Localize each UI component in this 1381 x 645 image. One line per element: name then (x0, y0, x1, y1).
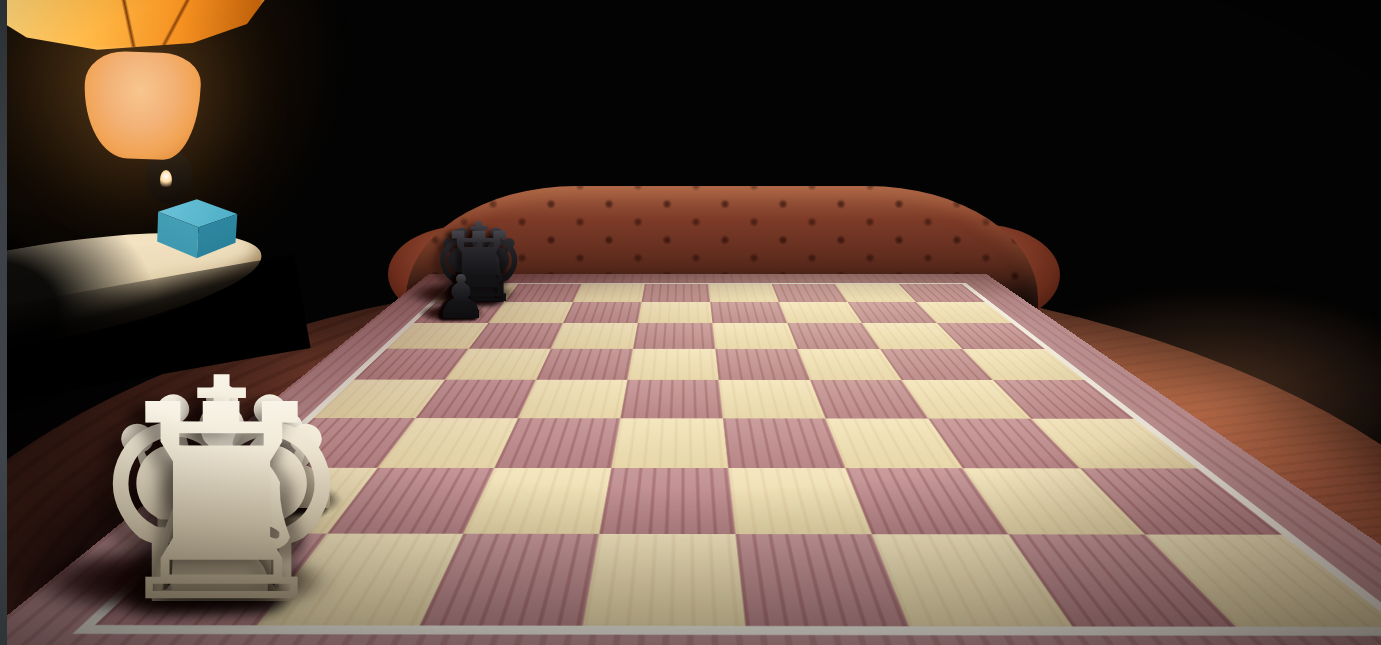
piece-black-pawn-a7[interactable]: ♟ (413, 267, 509, 327)
left-window-frame (0, 0, 7, 645)
lamp-specular-highlight (160, 170, 172, 190)
game-scene: ♜♞♝♛♚♝♞♜♟♟♟♟♟♟♟♟♟♟♟♟♟♟♟♟♜♞♝♛♚♝♞♜ (0, 0, 1381, 645)
teal-cube[interactable] (150, 198, 240, 260)
